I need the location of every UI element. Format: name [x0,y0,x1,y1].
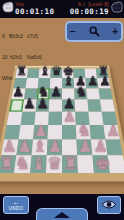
black-hand-icon [110,0,123,18]
white-piece-d1[interactable]: ♛ [46,155,61,173]
white-piece-f2[interactable]: ♟ [77,138,92,156]
white-piece-g1[interactable]: ♚ [94,155,109,173]
black-piece-h7[interactable]: ♟ [99,74,111,88]
black-piece-b5[interactable]: ♟ [23,96,36,111]
white-hand-icon [1,0,14,18]
board-scene: ♜♝♛♚♜♝♟♟♟♟♞♟♞♟♟♟♟♟♞♟♟♟♝♟♟♟♜♞♝♛♜♚ [0,40,124,196]
chess-board: ♜♝♛♚♜♝♟♟♟♟♞♟♞♟♟♟♟♟♞♟♟♟♝♟♟♟♜♞♝♛♜♚ [0,69,124,173]
square-c5[interactable]: ♟ [36,100,50,112]
move-list-line-1: 9 Bb3c2 c7c5 [2,33,41,40]
black-piece-a8[interactable]: ♜ [15,65,26,78]
square-a5[interactable] [9,100,24,112]
square-d8[interactable]: ♛ [50,69,62,79]
square-b8[interactable] [27,69,40,79]
black-piece-f6[interactable]: ♞ [75,85,87,100]
square-c8[interactable]: ♝ [39,69,51,79]
zoom-out-button[interactable]: − [70,27,76,37]
black-piece-g7[interactable]: ♟ [87,74,99,88]
board-frame: ♜♝♛♚♜♝♟♟♟♟♞♟♞♟♟♟♟♟♞♟♟♟♝♟♟♟♜♞♝♛♜♚ [0,66,124,182]
menu-pull-tab[interactable] [36,208,88,220]
clock-bar: You 00:01:10 A.I. (Level 8) 00:00:19 [0,0,124,18]
square-d5[interactable] [49,100,62,112]
square-e4[interactable]: ♟ [62,112,76,125]
white-piece-a1[interactable]: ♜ [0,155,14,173]
square-g1[interactable]: ♚ [92,155,110,173]
undo-arrow-icon: ← [12,199,20,206]
zoom-widget: − + [65,21,123,42]
square-c1[interactable]: ♝ [30,155,47,173]
square-a8[interactable]: ♜ [15,69,28,79]
square-f5[interactable] [75,100,89,112]
undo-button-label: UNDO [9,207,23,212]
square-h7[interactable]: ♟ [97,78,111,88]
black-piece-c5[interactable]: ♟ [36,96,49,111]
square-a4[interactable] [7,112,23,125]
black-piece-e7[interactable]: ♝ [62,74,74,88]
square-h5[interactable] [100,100,115,112]
square-d6[interactable]: ♟ [49,88,62,99]
square-e1[interactable]: ♜ [62,155,78,173]
white-piece-b1[interactable]: ♞ [14,155,29,173]
white-piece-e1[interactable]: ♜ [62,155,77,173]
square-f6[interactable]: ♞ [74,88,87,99]
black-piece-a6[interactable]: ♟ [12,85,24,100]
player-ai: A.I. (Level 8) 00:00:19 [70,2,109,16]
chevron-up-icon [54,212,70,218]
square-b1[interactable]: ♞ [14,155,32,173]
player-you: You 00:01:10 [15,2,54,16]
black-piece-c8[interactable]: ♝ [39,65,50,78]
square-h6[interactable] [98,88,112,99]
view-button[interactable] [97,196,121,214]
bottom-toolbar: ← UNDO [0,194,124,220]
player-ai-clock: 00:00:19 [70,8,109,16]
square-d1[interactable]: ♛ [46,155,62,173]
white-piece-c1[interactable]: ♝ [30,155,45,173]
white-piece-e4[interactable]: ♟ [62,109,75,125]
zoom-in-button[interactable]: + [112,27,118,37]
black-piece-d8[interactable]: ♛ [51,65,62,78]
square-b5[interactable]: ♟ [22,100,36,112]
magnifier-icon [89,23,100,41]
undo-button[interactable]: ← UNDO [3,196,29,214]
square-f1[interactable] [77,155,94,173]
player-you-clock: 00:01:10 [15,8,54,16]
black-piece-d6[interactable]: ♟ [50,85,62,100]
square-e3[interactable] [62,125,76,139]
eye-icon [101,196,117,214]
square-e7[interactable]: ♝ [62,78,74,88]
square-d4[interactable] [48,112,62,125]
